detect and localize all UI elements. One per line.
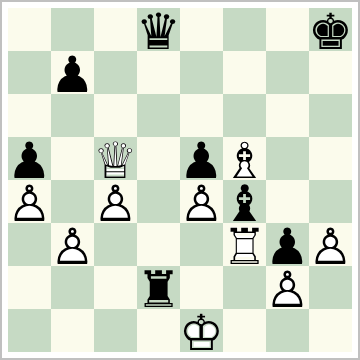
square-d8[interactable]: ♛	[137, 8, 180, 51]
square-b3[interactable]: ♟♙	[51, 223, 94, 266]
white-king-e1[interactable]: ♚♔	[180, 311, 223, 354]
white-pawn-e4[interactable]: ♟♙	[180, 182, 223, 225]
square-a6[interactable]	[8, 94, 51, 137]
square-f4[interactable]: ♝	[223, 180, 266, 223]
white-rook-f3[interactable]: ♜♖	[223, 225, 266, 268]
square-a5[interactable]: ♟	[8, 137, 51, 180]
square-d5[interactable]	[137, 137, 180, 180]
square-e5[interactable]: ♟	[180, 137, 223, 180]
square-e6[interactable]	[180, 94, 223, 137]
white-piece-outline: ♙	[266, 268, 309, 311]
square-h3[interactable]: ♟♙	[309, 223, 352, 266]
chessboard-window: ♛♚♟♟♛♕♟♝♗♟♙♟♙♟♙♝♟♙♜♖♟♟♙♜♟♙♚♔	[0, 0, 360, 360]
square-b1[interactable]	[51, 309, 94, 352]
square-c8[interactable]	[94, 8, 137, 51]
white-piece-outline: ♙	[51, 225, 94, 268]
white-pawn-a4[interactable]: ♟♙	[8, 182, 51, 225]
square-f8[interactable]	[223, 8, 266, 51]
square-c1[interactable]	[94, 309, 137, 352]
square-g5[interactable]	[266, 137, 309, 180]
square-c2[interactable]	[94, 266, 137, 309]
square-f1[interactable]	[223, 309, 266, 352]
white-pawn-g2[interactable]: ♟♙	[266, 268, 309, 311]
square-h1[interactable]	[309, 309, 352, 352]
square-c5[interactable]: ♛♕	[94, 137, 137, 180]
white-pawn-c4[interactable]: ♟♙	[94, 182, 137, 225]
square-f6[interactable]	[223, 94, 266, 137]
square-b7[interactable]: ♟	[51, 51, 94, 94]
white-piece-outline: ♙	[94, 182, 137, 225]
black-rook-d2[interactable]: ♜	[137, 268, 180, 311]
square-b8[interactable]	[51, 8, 94, 51]
chess-board: ♛♚♟♟♛♕♟♝♗♟♙♟♙♟♙♝♟♙♜♖♟♟♙♜♟♙♚♔	[8, 8, 352, 352]
square-b5[interactable]	[51, 137, 94, 180]
square-g7[interactable]	[266, 51, 309, 94]
square-d3[interactable]	[137, 223, 180, 266]
square-e7[interactable]	[180, 51, 223, 94]
square-h8[interactable]: ♚	[309, 8, 352, 51]
square-f3[interactable]: ♜♖	[223, 223, 266, 266]
square-a4[interactable]: ♟♙	[8, 180, 51, 223]
square-d6[interactable]	[137, 94, 180, 137]
white-piece-outline: ♙	[8, 182, 51, 225]
white-piece-outline: ♔	[180, 311, 223, 354]
square-a1[interactable]	[8, 309, 51, 352]
white-piece-outline: ♙	[309, 225, 352, 268]
square-d4[interactable]	[137, 180, 180, 223]
black-pawn-b7[interactable]: ♟	[51, 53, 94, 96]
square-e4[interactable]: ♟♙	[180, 180, 223, 223]
square-e8[interactable]	[180, 8, 223, 51]
black-king-h8[interactable]: ♚	[309, 10, 352, 53]
square-h4[interactable]	[309, 180, 352, 223]
square-g2[interactable]: ♟♙	[266, 266, 309, 309]
square-f7[interactable]	[223, 51, 266, 94]
square-h5[interactable]	[309, 137, 352, 180]
square-a2[interactable]	[8, 266, 51, 309]
square-g8[interactable]	[266, 8, 309, 51]
white-pawn-h3[interactable]: ♟♙	[309, 225, 352, 268]
square-h6[interactable]	[309, 94, 352, 137]
square-e2[interactable]	[180, 266, 223, 309]
square-b4[interactable]	[51, 180, 94, 223]
square-c7[interactable]	[94, 51, 137, 94]
square-g6[interactable]	[266, 94, 309, 137]
square-g4[interactable]	[266, 180, 309, 223]
square-a8[interactable]	[8, 8, 51, 51]
white-piece-outline: ♙	[180, 182, 223, 225]
black-queen-d8[interactable]: ♛	[137, 10, 180, 53]
square-f5[interactable]: ♝♗	[223, 137, 266, 180]
square-c4[interactable]: ♟♙	[94, 180, 137, 223]
white-pawn-b3[interactable]: ♟♙	[51, 225, 94, 268]
white-piece-outline: ♖	[223, 225, 266, 268]
square-d2[interactable]: ♜	[137, 266, 180, 309]
square-a7[interactable]	[8, 51, 51, 94]
square-c6[interactable]	[94, 94, 137, 137]
square-e1[interactable]: ♚♔	[180, 309, 223, 352]
square-g3[interactable]: ♟	[266, 223, 309, 266]
